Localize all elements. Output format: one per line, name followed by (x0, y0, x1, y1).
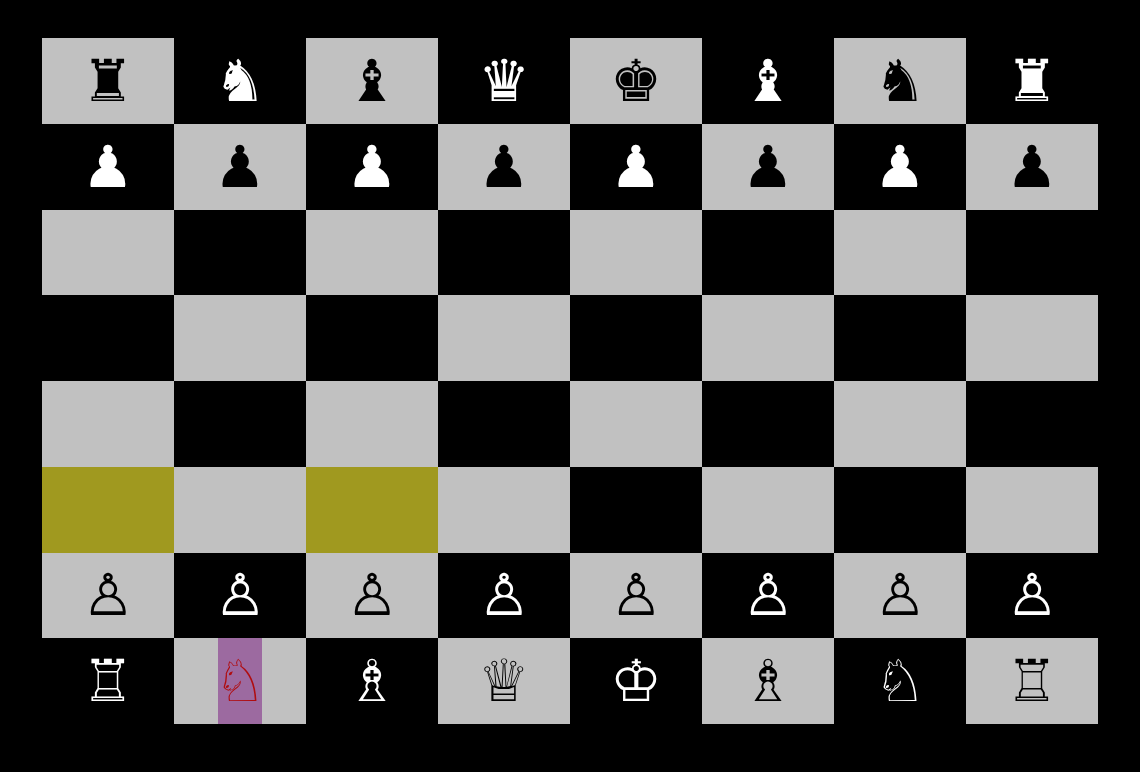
square-f6[interactable] (702, 210, 834, 296)
square-h8[interactable]: ♜ (966, 38, 1098, 124)
piece-black-rook[interactable]: ♜ (82, 52, 134, 110)
square-c4[interactable] (306, 381, 438, 467)
piece-white-rook[interactable]: ♖ (82, 652, 134, 710)
piece-black-bishop[interactable]: ♝ (742, 52, 794, 110)
square-b1[interactable]: ♘ (174, 638, 306, 724)
square-h2[interactable]: ♙ (966, 553, 1098, 639)
square-a1[interactable]: ♖ (42, 638, 174, 724)
square-f4[interactable] (702, 381, 834, 467)
square-b4[interactable] (174, 381, 306, 467)
square-h3[interactable] (966, 467, 1098, 553)
square-c6[interactable] (306, 210, 438, 296)
square-d3[interactable] (438, 467, 570, 553)
piece-black-bishop[interactable]: ♝ (346, 52, 398, 110)
piece-white-pawn[interactable]: ♙ (874, 566, 926, 624)
square-c3[interactable] (306, 467, 438, 553)
square-c7[interactable]: ♟ (306, 124, 438, 210)
square-c5[interactable] (306, 295, 438, 381)
piece-black-pawn[interactable]: ♟ (478, 138, 530, 196)
piece-black-queen[interactable]: ♛ (478, 52, 530, 110)
piece-white-pawn[interactable]: ♙ (346, 566, 398, 624)
square-h4[interactable] (966, 381, 1098, 467)
square-g7[interactable]: ♟ (834, 124, 966, 210)
piece-white-queen[interactable]: ♕ (478, 652, 530, 710)
square-a3[interactable] (42, 467, 174, 553)
square-e8[interactable]: ♚ (570, 38, 702, 124)
square-h1[interactable]: ♖ (966, 638, 1098, 724)
piece-white-pawn[interactable]: ♙ (610, 566, 662, 624)
square-f7[interactable]: ♟ (702, 124, 834, 210)
square-d5[interactable] (438, 295, 570, 381)
square-a7[interactable]: ♟ (42, 124, 174, 210)
piece-white-knight[interactable]: ♘ (214, 652, 266, 710)
square-g2[interactable]: ♙ (834, 553, 966, 639)
square-b8[interactable]: ♞ (174, 38, 306, 124)
square-g8[interactable]: ♞ (834, 38, 966, 124)
square-a2[interactable]: ♙ (42, 553, 174, 639)
square-h5[interactable] (966, 295, 1098, 381)
square-g3[interactable] (834, 467, 966, 553)
square-g4[interactable] (834, 381, 966, 467)
square-g6[interactable] (834, 210, 966, 296)
square-e7[interactable]: ♟ (570, 124, 702, 210)
piece-black-pawn[interactable]: ♟ (82, 138, 134, 196)
square-g1[interactable]: ♘ (834, 638, 966, 724)
square-d7[interactable]: ♟ (438, 124, 570, 210)
chess-board: ♜♞♝♛♚♝♞♜♟♟♟♟♟♟♟♟♙♙♙♙♙♙♙♙♖♘♗♕♔♗♘♖ (42, 38, 1098, 724)
square-b6[interactable] (174, 210, 306, 296)
piece-white-pawn[interactable]: ♙ (82, 566, 134, 624)
piece-white-rook[interactable]: ♖ (1006, 652, 1058, 710)
square-f5[interactable] (702, 295, 834, 381)
piece-white-bishop[interactable]: ♗ (742, 652, 794, 710)
square-e3[interactable] (570, 467, 702, 553)
piece-black-pawn[interactable]: ♟ (874, 138, 926, 196)
square-d2[interactable]: ♙ (438, 553, 570, 639)
square-b2[interactable]: ♙ (174, 553, 306, 639)
square-a6[interactable] (42, 210, 174, 296)
piece-black-pawn[interactable]: ♟ (610, 138, 662, 196)
square-f3[interactable] (702, 467, 834, 553)
piece-black-pawn[interactable]: ♟ (346, 138, 398, 196)
square-d6[interactable] (438, 210, 570, 296)
square-e2[interactable]: ♙ (570, 553, 702, 639)
piece-white-pawn[interactable]: ♙ (478, 566, 530, 624)
square-a5[interactable] (42, 295, 174, 381)
square-g5[interactable] (834, 295, 966, 381)
square-a4[interactable] (42, 381, 174, 467)
piece-black-pawn[interactable]: ♟ (214, 138, 266, 196)
piece-black-pawn[interactable]: ♟ (742, 138, 794, 196)
square-b7[interactable]: ♟ (174, 124, 306, 210)
piece-white-knight[interactable]: ♘ (874, 652, 926, 710)
square-c2[interactable]: ♙ (306, 553, 438, 639)
square-d1[interactable]: ♕ (438, 638, 570, 724)
square-a8[interactable]: ♜ (42, 38, 174, 124)
piece-white-pawn[interactable]: ♙ (1006, 566, 1058, 624)
square-h6[interactable] (966, 210, 1098, 296)
square-e4[interactable] (570, 381, 702, 467)
square-c8[interactable]: ♝ (306, 38, 438, 124)
square-d4[interactable] (438, 381, 570, 467)
piece-black-rook[interactable]: ♜ (1006, 52, 1058, 110)
piece-white-pawn[interactable]: ♙ (742, 566, 794, 624)
square-h7[interactable]: ♟ (966, 124, 1098, 210)
square-e1[interactable]: ♔ (570, 638, 702, 724)
square-f2[interactable]: ♙ (702, 553, 834, 639)
piece-black-knight[interactable]: ♞ (874, 52, 926, 110)
piece-white-pawn[interactable]: ♙ (214, 566, 266, 624)
square-c1[interactable]: ♗ (306, 638, 438, 724)
square-b5[interactable] (174, 295, 306, 381)
piece-white-bishop[interactable]: ♗ (346, 652, 398, 710)
square-f1[interactable]: ♗ (702, 638, 834, 724)
square-b3[interactable] (174, 467, 306, 553)
square-e6[interactable] (570, 210, 702, 296)
piece-black-knight[interactable]: ♞ (214, 52, 266, 110)
square-e5[interactable] (570, 295, 702, 381)
piece-black-pawn[interactable]: ♟ (1006, 138, 1058, 196)
piece-white-king[interactable]: ♔ (610, 652, 662, 710)
piece-black-king[interactable]: ♚ (610, 52, 662, 110)
square-f8[interactable]: ♝ (702, 38, 834, 124)
square-d8[interactable]: ♛ (438, 38, 570, 124)
